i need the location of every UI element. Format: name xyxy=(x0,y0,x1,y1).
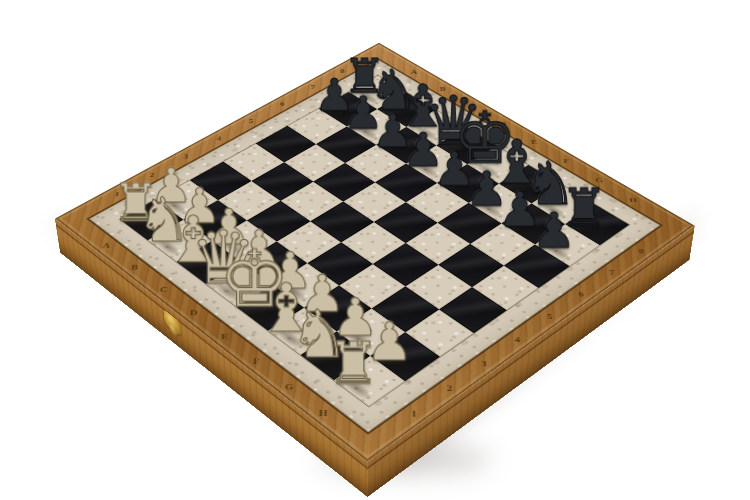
scene: ♜♞♝♛♚♝♞♜♟♟♟♟♟♟♟♟♟♟♟♟♟♟♟♟♜♞♝♛♚♝♞♜ ABCDEFG… xyxy=(0,0,750,500)
rank-label-5: 5 xyxy=(241,109,260,134)
rank-label-8: 8 xyxy=(629,236,653,266)
stone-border: ♜♞♝♛♚♝♞♜♟♟♟♟♟♟♟♟♟♟♟♟♟♟♟♟♜♞♝♛♚♝♞♜ xyxy=(89,60,660,433)
rank-label-6: 6 xyxy=(273,92,291,116)
piece-white-rook[interactable]: ♜ xyxy=(327,334,379,392)
background: ♜♞♝♛♚♝♞♜♟♟♟♟♟♟♟♟♟♟♟♟♟♟♟♟♜♞♝♛♚♝♞♜ ABCDEFG… xyxy=(0,0,750,500)
square-e4[interactable] xyxy=(341,222,406,264)
chess-case: ♜♞♝♛♚♝♞♜♟♟♟♟♟♟♟♟♟♟♟♟♟♟♟♟♜♞♝♛♚♝♞♜ ABCDEFG… xyxy=(55,43,694,462)
square-d5[interactable] xyxy=(343,182,406,222)
rank-label-4: 4 xyxy=(209,126,229,152)
piece-black-pawn[interactable]: ♟ xyxy=(532,205,576,254)
board-frame: ♜♞♝♛♚♝♞♜♟♟♟♟♟♟♟♟♟♟♟♟♟♟♟♟♜♞♝♛♚♝♞♜ ABCDEFG… xyxy=(55,43,694,462)
file-label-h: H xyxy=(610,194,656,205)
